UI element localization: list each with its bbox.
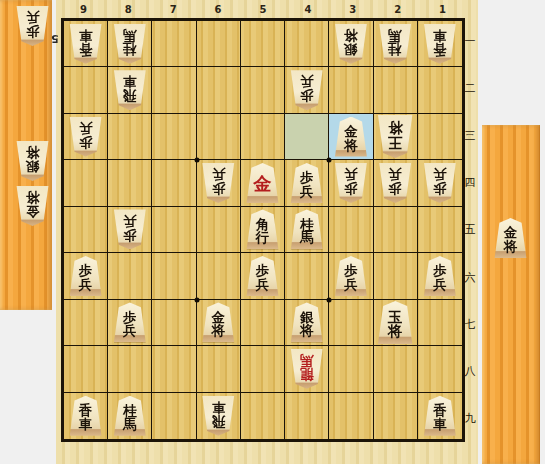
piece-歩兵-14[interactable]: 歩兵: [421, 163, 458, 203]
square-36[interactable]: 歩兵: [329, 253, 373, 299]
square-65[interactable]: [197, 207, 241, 253]
square-55[interactable]: 角行: [241, 207, 285, 253]
gote-hand-金将[interactable]: 金将: [14, 186, 52, 226]
square-61[interactable]: [197, 21, 241, 67]
square-48[interactable]: 龍馬: [285, 346, 329, 392]
square-23[interactable]: 王将: [374, 114, 418, 160]
piece-飛車-69[interactable]: 飛車: [200, 396, 237, 436]
piece-金将[interactable]: 金将: [492, 218, 529, 258]
gote-hand-stand: 歩兵5銀将金将: [0, 0, 52, 310]
piece-歩兵-36[interactable]: 歩兵: [332, 256, 369, 296]
piece-香車-11[interactable]: 香車: [421, 24, 458, 64]
piece-kanji: 金将: [504, 222, 518, 254]
square-85[interactable]: 歩兵: [108, 207, 152, 253]
piece-歩兵-34[interactable]: 歩兵: [332, 163, 369, 203]
file-label-7: 7: [151, 0, 196, 18]
square-68[interactable]: [197, 346, 241, 392]
file-label-9: 9: [61, 0, 106, 18]
piece-kanji: 歩兵: [300, 74, 314, 106]
piece-歩兵-56[interactable]: 歩兵: [244, 256, 281, 296]
square-76[interactable]: [152, 253, 196, 299]
file-label-8: 8: [106, 0, 151, 18]
piece-歩兵-85[interactable]: 歩兵: [111, 209, 148, 249]
piece-kanji: 歩兵: [433, 260, 447, 292]
piece-kanji: 歩兵: [79, 121, 93, 153]
sente-hand-金将[interactable]: 金将: [492, 218, 530, 258]
piece-kanji: 王将: [388, 120, 403, 154]
square-16[interactable]: 歩兵: [418, 253, 462, 299]
file-label-6: 6: [196, 0, 241, 18]
square-33[interactable]: 金将: [329, 114, 373, 160]
piece-王将-23[interactable]: 王将: [375, 115, 415, 158]
square-21[interactable]: 桂馬: [374, 21, 418, 67]
piece-歩兵-24[interactable]: 歩兵: [377, 163, 414, 203]
square-57[interactable]: [241, 300, 285, 346]
square-42[interactable]: 歩兵: [285, 67, 329, 113]
square-79[interactable]: [152, 393, 196, 439]
file-label-5: 5: [241, 0, 286, 18]
square-89[interactable]: 桂馬: [108, 393, 152, 439]
square-96[interactable]: 歩兵: [64, 253, 108, 299]
hoshi-dot: [327, 158, 332, 163]
piece-kanji: 桂馬: [300, 214, 314, 246]
piece-香車-19[interactable]: 香車: [421, 396, 458, 436]
piece-kanji: 飛車: [212, 400, 226, 432]
square-51[interactable]: [241, 21, 285, 67]
square-18[interactable]: [418, 346, 462, 392]
piece-銀将[interactable]: 銀将: [14, 141, 51, 181]
square-39[interactable]: [329, 393, 373, 439]
square-43[interactable]: [285, 114, 329, 160]
square-86[interactable]: [108, 253, 152, 299]
file-label-2: 2: [375, 0, 420, 18]
piece-歩兵-87[interactable]: 歩兵: [111, 302, 148, 342]
square-28[interactable]: [374, 346, 418, 392]
piece-金-54[interactable]: 金: [244, 163, 281, 203]
square-22[interactable]: [374, 67, 418, 113]
sente-hand-stand: 金将: [482, 125, 540, 464]
square-94[interactable]: [64, 160, 108, 206]
piece-kanji: 銀将: [26, 145, 40, 177]
square-74[interactable]: [152, 160, 196, 206]
piece-歩兵-64[interactable]: 歩兵: [200, 163, 237, 203]
piece-歩兵-93[interactable]: 歩兵: [67, 117, 104, 157]
square-34[interactable]: 歩兵: [329, 160, 373, 206]
piece-kanji: 角行: [256, 214, 270, 246]
square-12[interactable]: [418, 67, 462, 113]
square-25[interactable]: [374, 207, 418, 253]
square-38[interactable]: [329, 346, 373, 392]
square-45[interactable]: 桂馬: [285, 207, 329, 253]
square-91[interactable]: 香車: [64, 21, 108, 67]
piece-龍馬-48[interactable]: 龍馬: [288, 349, 325, 389]
square-35[interactable]: [329, 207, 373, 253]
square-92[interactable]: [64, 67, 108, 113]
square-24[interactable]: 歩兵: [374, 160, 418, 206]
piece-kanji: 歩兵: [79, 260, 93, 292]
piece-香車-99[interactable]: 香車: [67, 396, 104, 436]
piece-kanji: 銀将: [300, 307, 314, 339]
square-59[interactable]: [241, 393, 285, 439]
square-73[interactable]: [152, 114, 196, 160]
shogi-board[interactable]: 香車桂馬銀将桂馬香車飛車歩兵歩兵金将王将歩兵金歩兵歩兵歩兵歩兵歩兵角行桂馬歩兵歩…: [61, 18, 465, 442]
piece-kanji: 歩兵: [433, 167, 447, 199]
square-62[interactable]: [197, 67, 241, 113]
piece-kanji: 銀将: [344, 28, 358, 60]
square-78[interactable]: [152, 346, 196, 392]
gote-hand-歩兵[interactable]: 歩兵5: [14, 6, 52, 46]
square-83[interactable]: [108, 114, 152, 160]
piece-金将[interactable]: 金将: [14, 186, 51, 226]
square-81[interactable]: 桂馬: [108, 21, 152, 67]
square-31[interactable]: 銀将: [329, 21, 373, 67]
square-47[interactable]: 銀将: [285, 300, 329, 346]
square-19[interactable]: 香車: [418, 393, 462, 439]
square-11[interactable]: 香車: [418, 21, 462, 67]
piece-kanji: 玉将: [388, 306, 403, 340]
piece-kanji: 歩兵: [123, 214, 137, 246]
piece-桂馬-81[interactable]: 桂馬: [111, 24, 148, 64]
board-panel: 987654321 一二三四五六七八九 香車桂馬銀将桂馬香車飛車歩兵歩兵金将王将…: [56, 0, 478, 464]
piece-金将-67[interactable]: 金将: [200, 302, 237, 342]
square-49[interactable]: [285, 393, 329, 439]
piece-kanji: 香車: [433, 28, 447, 60]
file-label-1: 1: [420, 0, 465, 18]
piece-歩兵[interactable]: 歩兵: [14, 6, 51, 46]
square-71[interactable]: [152, 21, 196, 67]
square-84[interactable]: [108, 160, 152, 206]
hoshi-dot: [194, 158, 199, 163]
hoshi-dot: [194, 297, 199, 302]
square-63[interactable]: [197, 114, 241, 160]
square-53[interactable]: [241, 114, 285, 160]
square-69[interactable]: 飛車: [197, 393, 241, 439]
piece-kanji: 歩兵: [26, 10, 40, 42]
square-93[interactable]: 歩兵: [64, 114, 108, 160]
piece-桂馬-89[interactable]: 桂馬: [111, 396, 148, 436]
piece-銀将-31[interactable]: 銀将: [332, 24, 369, 64]
square-97[interactable]: [64, 300, 108, 346]
square-67[interactable]: 金将: [197, 300, 241, 346]
piece-kanji: 龍馬: [300, 353, 314, 385]
piece-金将-33[interactable]: 金将: [332, 117, 369, 157]
piece-kanji: 桂馬: [388, 28, 402, 60]
piece-kanji: 歩兵: [212, 167, 226, 199]
piece-歩兵-44[interactable]: 歩兵: [288, 163, 325, 203]
square-87[interactable]: 歩兵: [108, 300, 152, 346]
square-64[interactable]: 歩兵: [197, 160, 241, 206]
square-88[interactable]: [108, 346, 152, 392]
piece-角行-55[interactable]: 角行: [244, 209, 281, 249]
square-72[interactable]: [152, 67, 196, 113]
piece-kanji: 金将: [26, 190, 40, 222]
piece-桂馬-21[interactable]: 桂馬: [377, 24, 414, 64]
piece-kanji: 金将: [212, 307, 226, 339]
piece-香車-91[interactable]: 香車: [67, 24, 104, 64]
piece-kanji: 香車: [433, 400, 447, 432]
square-17[interactable]: [418, 300, 462, 346]
piece-kanji: 桂馬: [123, 400, 137, 432]
square-14[interactable]: 歩兵: [418, 160, 462, 206]
square-75[interactable]: [152, 207, 196, 253]
piece-kanji: 歩兵: [256, 260, 270, 292]
square-58[interactable]: [241, 346, 285, 392]
square-82[interactable]: 飛車: [108, 67, 152, 113]
file-label-4: 4: [285, 0, 330, 18]
square-32[interactable]: [329, 67, 373, 113]
piece-歩兵-42[interactable]: 歩兵: [288, 70, 325, 110]
file-label-3: 3: [330, 0, 375, 18]
piece-歩兵-16[interactable]: 歩兵: [421, 256, 458, 296]
shogi-app: 987654321 一二三四五六七八九 香車桂馬銀将桂馬香車飛車歩兵歩兵金将王将…: [0, 0, 545, 464]
piece-銀将-47[interactable]: 銀将: [288, 302, 325, 342]
piece-桂馬-45[interactable]: 桂馬: [288, 209, 325, 249]
piece-kanji: 飛車: [123, 74, 137, 106]
square-56[interactable]: 歩兵: [241, 253, 285, 299]
piece-kanji: 桂馬: [123, 28, 137, 60]
file-labels: 987654321: [61, 0, 465, 18]
piece-kanji: 金将: [344, 121, 358, 153]
square-37[interactable]: [329, 300, 373, 346]
square-99[interactable]: 香車: [64, 393, 108, 439]
piece-kanji: 歩兵: [300, 167, 314, 199]
square-27[interactable]: 玉将: [374, 300, 418, 346]
piece-玉将-27[interactable]: 玉将: [375, 301, 415, 344]
square-41[interactable]: [285, 21, 329, 67]
square-98[interactable]: [64, 346, 108, 392]
square-26[interactable]: [374, 253, 418, 299]
square-15[interactable]: [418, 207, 462, 253]
square-95[interactable]: [64, 207, 108, 253]
gote-hand-銀将[interactable]: 銀将: [14, 141, 52, 181]
piece-kanji: 歩兵: [344, 167, 358, 199]
square-29[interactable]: [374, 393, 418, 439]
piece-kanji: 香車: [79, 400, 93, 432]
hoshi-dot: [327, 297, 332, 302]
square-54[interactable]: 金: [241, 160, 285, 206]
piece-kanji: 金: [253, 173, 271, 193]
square-46[interactable]: [285, 253, 329, 299]
hand-piece-count: 5: [51, 32, 59, 45]
piece-歩兵-96[interactable]: 歩兵: [67, 256, 104, 296]
square-77[interactable]: [152, 300, 196, 346]
square-66[interactable]: [197, 253, 241, 299]
piece-kanji: 香車: [79, 28, 93, 60]
piece-kanji: 歩兵: [388, 167, 402, 199]
square-52[interactable]: [241, 67, 285, 113]
piece-kanji: 歩兵: [123, 307, 137, 339]
piece-kanji: 歩兵: [344, 260, 358, 292]
square-13[interactable]: [418, 114, 462, 160]
piece-飛車-82[interactable]: 飛車: [111, 70, 148, 110]
square-44[interactable]: 歩兵: [285, 160, 329, 206]
